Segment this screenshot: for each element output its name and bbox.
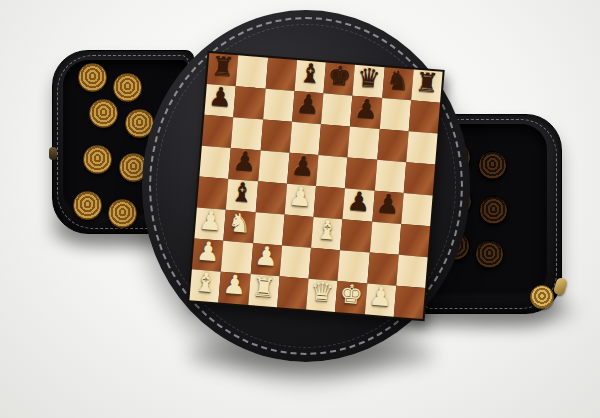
piece-white-pawn[interactable]: ♟ xyxy=(368,282,393,310)
checkers-disc-light[interactable] xyxy=(108,199,137,228)
square-r5c4[interactable]: ♝ xyxy=(311,217,343,250)
square-r1c7[interactable] xyxy=(408,100,440,133)
piece-black-pawn[interactable]: ♟ xyxy=(295,90,320,118)
piece-white-bishop[interactable]: ♝ xyxy=(193,268,218,296)
square-r1c1[interactable] xyxy=(234,86,266,119)
piece-white-pawn[interactable]: ♟ xyxy=(254,242,279,270)
piece-black-queen[interactable]: ♛ xyxy=(356,63,381,91)
piece-black-pawn[interactable]: ♟ xyxy=(208,83,233,111)
square-r5c3[interactable] xyxy=(282,215,314,248)
piece-black-pawn[interactable]: ♟ xyxy=(354,94,379,122)
square-r0c1[interactable] xyxy=(236,55,268,88)
square-r7c0[interactable]: ♝ xyxy=(189,269,221,302)
piece-black-pawn[interactable]: ♟ xyxy=(290,151,315,179)
square-r3c0[interactable] xyxy=(199,146,231,179)
piece-white-pawn[interactable]: ♟ xyxy=(198,206,223,234)
square-r1c4[interactable] xyxy=(321,93,353,126)
square-r1c5[interactable]: ♟ xyxy=(350,96,382,129)
product-photo-scene: ♜♝♚♛♞♜♟♟♟♟♟♝♟♟♟♟♞♝♟♟♝♟♜♛♚♟ xyxy=(0,0,600,418)
piece-black-pawn[interactable]: ♟ xyxy=(232,147,257,175)
square-r7c3[interactable] xyxy=(277,276,309,309)
piece-white-bishop[interactable]: ♝ xyxy=(315,216,340,244)
piece-black-king[interactable]: ♚ xyxy=(327,61,352,89)
piece-white-rook[interactable]: ♜ xyxy=(251,273,276,301)
brass-medallion xyxy=(530,285,554,309)
square-r3c4[interactable] xyxy=(316,155,348,188)
square-r0c7[interactable]: ♜ xyxy=(411,69,443,102)
square-r0c4[interactable]: ♚ xyxy=(323,62,355,95)
checkers-disc-light[interactable] xyxy=(89,99,118,128)
square-r7c7[interactable] xyxy=(394,286,426,319)
square-r2c7[interactable] xyxy=(406,131,438,164)
checkers-disc-dark[interactable] xyxy=(475,240,504,269)
square-r1c2[interactable] xyxy=(263,89,295,122)
square-r3c7[interactable] xyxy=(403,162,435,195)
checkers-disc-dark[interactable] xyxy=(479,196,508,225)
square-r5c5[interactable] xyxy=(340,219,372,252)
square-r4c2[interactable] xyxy=(255,181,287,214)
square-r7c4[interactable]: ♛ xyxy=(306,279,338,312)
piece-black-pawn[interactable]: ♟ xyxy=(375,189,400,217)
square-r6c3[interactable] xyxy=(279,245,311,278)
square-r1c3[interactable]: ♟ xyxy=(292,91,324,124)
square-r3c2[interactable] xyxy=(258,150,290,183)
square-r1c0[interactable]: ♟ xyxy=(204,84,236,117)
piece-black-knight[interactable]: ♞ xyxy=(385,66,410,94)
piece-white-knight[interactable]: ♞ xyxy=(227,209,252,237)
square-r7c6[interactable]: ♟ xyxy=(364,283,396,316)
piece-white-king[interactable]: ♚ xyxy=(339,280,364,308)
piece-white-queen[interactable]: ♛ xyxy=(310,277,335,305)
checkers-disc-dark[interactable] xyxy=(478,151,507,180)
square-r5c7[interactable] xyxy=(398,224,430,257)
square-r6c7[interactable] xyxy=(396,255,428,288)
square-r4c7[interactable] xyxy=(401,193,433,226)
square-r4c5[interactable]: ♟ xyxy=(343,188,375,221)
piece-white-pawn[interactable]: ♟ xyxy=(288,182,313,210)
square-r7c2[interactable]: ♜ xyxy=(248,274,280,307)
square-r2c4[interactable] xyxy=(318,124,350,157)
piece-white-pawn[interactable]: ♟ xyxy=(195,237,220,265)
board-grid: ♜♝♚♛♞♜♟♟♟♟♟♝♟♟♟♟♞♝♟♟♝♟♜♛♚♟ xyxy=(189,53,442,319)
piece-black-rook[interactable]: ♜ xyxy=(414,68,439,96)
square-r4c6[interactable]: ♟ xyxy=(372,191,404,224)
square-r2c0[interactable] xyxy=(202,115,234,148)
chess-board: ♜♝♚♛♞♜♟♟♟♟♟♝♟♟♟♟♞♝♟♟♝♟♜♛♚♟ xyxy=(187,51,444,321)
square-r5c1[interactable]: ♞ xyxy=(224,210,256,243)
square-r2c5[interactable] xyxy=(348,127,380,160)
piece-black-bishop[interactable]: ♝ xyxy=(298,59,323,87)
piece-black-pawn[interactable]: ♟ xyxy=(346,187,371,215)
piece-white-pawn[interactable]: ♟ xyxy=(222,270,247,298)
square-r0c6[interactable]: ♞ xyxy=(382,67,414,100)
square-r2c2[interactable] xyxy=(260,120,292,153)
square-r5c6[interactable] xyxy=(369,222,401,255)
piece-black-bishop[interactable]: ♝ xyxy=(230,178,255,206)
checkers-disc-light[interactable] xyxy=(73,191,102,220)
left-drawer-knob[interactable] xyxy=(49,147,57,160)
square-r1c6[interactable] xyxy=(379,98,411,131)
piece-black-rook[interactable]: ♜ xyxy=(210,52,235,80)
square-r4c3[interactable]: ♟ xyxy=(284,184,316,217)
square-r7c1[interactable]: ♟ xyxy=(219,272,251,305)
checkers-disc-light[interactable] xyxy=(83,145,112,174)
checkers-disc-light[interactable] xyxy=(78,63,107,92)
checkers-disc-light[interactable] xyxy=(113,73,142,102)
square-r7c5[interactable]: ♚ xyxy=(335,281,367,314)
square-r2c6[interactable] xyxy=(377,129,409,162)
square-r0c2[interactable] xyxy=(265,58,297,91)
